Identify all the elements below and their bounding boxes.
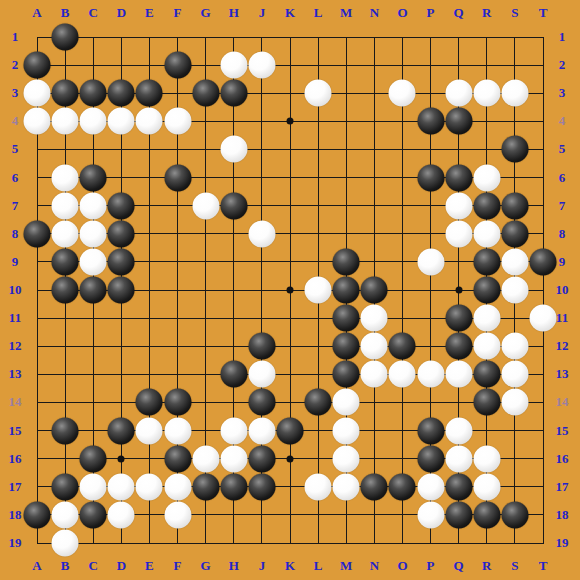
grid-line-vertical — [402, 37, 403, 544]
white-stone — [361, 361, 388, 388]
black-stone — [473, 501, 500, 528]
black-stone — [530, 248, 557, 275]
white-stone — [248, 361, 275, 388]
column-label-top-G: G — [195, 5, 217, 21]
white-stone — [52, 220, 79, 247]
white-stone — [501, 389, 528, 416]
column-label-top-N: N — [363, 5, 385, 21]
white-stone — [473, 80, 500, 107]
column-label-bottom-S: S — [504, 558, 526, 574]
black-stone — [164, 445, 191, 472]
white-stone — [473, 164, 500, 191]
white-stone — [164, 417, 191, 444]
black-stone — [333, 333, 360, 360]
black-stone — [24, 52, 51, 79]
black-stone — [136, 80, 163, 107]
black-stone — [389, 473, 416, 500]
black-stone — [108, 248, 135, 275]
black-stone — [192, 473, 219, 500]
white-stone — [108, 108, 135, 135]
column-label-bottom-G: G — [195, 558, 217, 574]
white-stone — [52, 530, 79, 557]
column-label-top-K: K — [279, 5, 301, 21]
white-stone — [192, 192, 219, 219]
column-label-bottom-P: P — [420, 558, 442, 574]
column-label-top-C: C — [82, 5, 104, 21]
black-stone — [52, 277, 79, 304]
white-stone — [473, 333, 500, 360]
star-point — [287, 455, 294, 462]
black-stone — [52, 417, 79, 444]
row-label-right-4: 4 — [551, 113, 573, 129]
black-stone — [445, 501, 472, 528]
white-stone — [501, 333, 528, 360]
white-stone — [530, 305, 557, 332]
white-stone — [417, 248, 444, 275]
column-label-bottom-L: L — [307, 558, 329, 574]
black-stone — [108, 80, 135, 107]
black-stone — [473, 361, 500, 388]
column-label-top-T: T — [532, 5, 554, 21]
black-stone — [164, 164, 191, 191]
white-stone — [108, 473, 135, 500]
white-stone — [333, 445, 360, 472]
white-stone — [164, 108, 191, 135]
black-stone — [108, 277, 135, 304]
column-label-bottom-J: J — [251, 558, 273, 574]
black-stone — [473, 192, 500, 219]
white-stone — [501, 80, 528, 107]
grid-line-vertical — [543, 37, 544, 544]
black-stone — [80, 164, 107, 191]
white-stone — [220, 136, 247, 163]
white-stone — [333, 473, 360, 500]
white-stone — [361, 305, 388, 332]
black-stone — [361, 473, 388, 500]
white-stone — [445, 220, 472, 247]
black-stone — [248, 389, 275, 416]
white-stone — [501, 277, 528, 304]
black-stone — [220, 192, 247, 219]
row-label-right-7: 7 — [551, 198, 573, 214]
black-stone — [501, 192, 528, 219]
row-label-right-5: 5 — [551, 141, 573, 157]
white-stone — [24, 108, 51, 135]
column-label-top-L: L — [307, 5, 329, 21]
black-stone — [52, 80, 79, 107]
black-stone — [80, 277, 107, 304]
white-stone — [80, 248, 107, 275]
black-stone — [445, 108, 472, 135]
white-stone — [108, 501, 135, 528]
black-stone — [333, 277, 360, 304]
black-stone — [473, 389, 500, 416]
black-stone — [501, 136, 528, 163]
black-stone — [473, 248, 500, 275]
column-label-top-Q: Q — [448, 5, 470, 21]
white-stone — [136, 417, 163, 444]
column-label-top-B: B — [54, 5, 76, 21]
white-stone — [80, 108, 107, 135]
black-stone — [52, 473, 79, 500]
white-stone — [220, 52, 247, 79]
row-label-right-16: 16 — [551, 451, 573, 467]
white-stone — [52, 108, 79, 135]
grid-line-horizontal — [37, 402, 544, 403]
white-stone — [248, 220, 275, 247]
star-point — [287, 118, 294, 125]
white-stone — [136, 108, 163, 135]
white-stone — [164, 501, 191, 528]
white-stone — [80, 473, 107, 500]
row-label-left-9: 9 — [4, 254, 26, 270]
row-label-left-15: 15 — [4, 423, 26, 439]
black-stone — [277, 417, 304, 444]
black-stone — [108, 417, 135, 444]
row-label-right-8: 8 — [551, 226, 573, 242]
white-stone — [24, 80, 51, 107]
row-label-right-12: 12 — [551, 338, 573, 354]
column-label-bottom-E: E — [138, 558, 160, 574]
white-stone — [445, 192, 472, 219]
black-stone — [220, 361, 247, 388]
row-label-right-19: 19 — [551, 535, 573, 551]
column-label-top-O: O — [391, 5, 413, 21]
row-label-left-12: 12 — [4, 338, 26, 354]
black-stone — [333, 305, 360, 332]
white-stone — [305, 80, 332, 107]
black-stone — [52, 24, 79, 51]
row-label-left-13: 13 — [4, 366, 26, 382]
column-label-bottom-K: K — [279, 558, 301, 574]
row-label-left-6: 6 — [4, 170, 26, 186]
column-label-bottom-A: A — [26, 558, 48, 574]
row-label-left-17: 17 — [4, 479, 26, 495]
row-label-right-17: 17 — [551, 479, 573, 495]
black-stone — [305, 389, 332, 416]
go-board[interactable]: AABBCCDDEEFFGGHHJJKKLLMMNNOOPPQQRRSSTT11… — [0, 0, 580, 580]
white-stone — [445, 80, 472, 107]
black-stone — [108, 192, 135, 219]
column-label-top-H: H — [223, 5, 245, 21]
black-stone — [220, 80, 247, 107]
white-stone — [501, 361, 528, 388]
row-label-right-13: 13 — [551, 366, 573, 382]
black-stone — [445, 473, 472, 500]
black-stone — [136, 389, 163, 416]
black-stone — [164, 389, 191, 416]
white-stone — [136, 473, 163, 500]
black-stone — [417, 417, 444, 444]
white-stone — [361, 333, 388, 360]
column-label-top-A: A — [26, 5, 48, 21]
black-stone — [473, 277, 500, 304]
black-stone — [248, 445, 275, 472]
row-label-right-3: 3 — [551, 85, 573, 101]
row-label-right-10: 10 — [551, 282, 573, 298]
row-label-right-15: 15 — [551, 423, 573, 439]
row-label-right-2: 2 — [551, 57, 573, 73]
column-label-top-P: P — [420, 5, 442, 21]
column-label-top-D: D — [110, 5, 132, 21]
white-stone — [248, 52, 275, 79]
black-stone — [52, 248, 79, 275]
white-stone — [389, 80, 416, 107]
white-stone — [80, 220, 107, 247]
column-label-top-R: R — [476, 5, 498, 21]
white-stone — [389, 361, 416, 388]
white-stone — [473, 220, 500, 247]
black-stone — [501, 501, 528, 528]
black-stone — [333, 361, 360, 388]
black-stone — [220, 473, 247, 500]
row-label-left-1: 1 — [4, 29, 26, 45]
column-label-top-F: F — [167, 5, 189, 21]
white-stone — [417, 361, 444, 388]
row-label-left-7: 7 — [4, 198, 26, 214]
column-label-top-M: M — [335, 5, 357, 21]
row-label-right-1: 1 — [551, 29, 573, 45]
black-stone — [445, 333, 472, 360]
grid-line-horizontal — [37, 543, 544, 544]
black-stone — [361, 277, 388, 304]
black-stone — [24, 220, 51, 247]
star-point — [455, 287, 462, 294]
black-stone — [248, 473, 275, 500]
white-stone — [417, 501, 444, 528]
black-stone — [164, 52, 191, 79]
row-label-right-18: 18 — [551, 507, 573, 523]
row-label-right-6: 6 — [551, 170, 573, 186]
column-label-bottom-Q: Q — [448, 558, 470, 574]
white-stone — [445, 361, 472, 388]
white-stone — [473, 445, 500, 472]
black-stone — [389, 333, 416, 360]
white-stone — [473, 305, 500, 332]
white-stone — [220, 417, 247, 444]
black-stone — [80, 501, 107, 528]
black-stone — [24, 501, 51, 528]
black-stone — [417, 445, 444, 472]
white-stone — [52, 501, 79, 528]
white-stone — [417, 473, 444, 500]
white-stone — [164, 473, 191, 500]
column-label-top-S: S — [504, 5, 526, 21]
row-label-left-5: 5 — [4, 141, 26, 157]
column-label-bottom-F: F — [167, 558, 189, 574]
column-label-top-E: E — [138, 5, 160, 21]
black-stone — [192, 80, 219, 107]
row-label-left-19: 19 — [4, 535, 26, 551]
column-label-bottom-O: O — [391, 558, 413, 574]
column-label-bottom-D: D — [110, 558, 132, 574]
white-stone — [80, 192, 107, 219]
black-stone — [333, 248, 360, 275]
black-stone — [501, 220, 528, 247]
white-stone — [445, 445, 472, 472]
white-stone — [248, 417, 275, 444]
black-stone — [108, 220, 135, 247]
row-label-left-14: 14 — [4, 394, 26, 410]
star-point — [287, 287, 294, 294]
column-label-bottom-H: H — [223, 558, 245, 574]
white-stone — [305, 277, 332, 304]
white-stone — [52, 164, 79, 191]
column-label-top-J: J — [251, 5, 273, 21]
white-stone — [220, 445, 247, 472]
white-stone — [501, 248, 528, 275]
row-label-right-14: 14 — [551, 394, 573, 410]
column-label-bottom-B: B — [54, 558, 76, 574]
white-stone — [52, 192, 79, 219]
column-label-bottom-N: N — [363, 558, 385, 574]
row-label-left-10: 10 — [4, 282, 26, 298]
column-label-bottom-C: C — [82, 558, 104, 574]
white-stone — [333, 417, 360, 444]
white-stone — [305, 473, 332, 500]
black-stone — [417, 108, 444, 135]
column-label-bottom-M: M — [335, 558, 357, 574]
row-label-left-11: 11 — [4, 310, 26, 326]
star-point — [118, 455, 125, 462]
black-stone — [248, 333, 275, 360]
white-stone — [333, 389, 360, 416]
black-stone — [445, 305, 472, 332]
black-stone — [445, 164, 472, 191]
white-stone — [445, 417, 472, 444]
black-stone — [80, 80, 107, 107]
black-stone — [417, 164, 444, 191]
white-stone — [192, 445, 219, 472]
column-label-bottom-T: T — [532, 558, 554, 574]
white-stone — [473, 473, 500, 500]
column-label-bottom-R: R — [476, 558, 498, 574]
black-stone — [80, 445, 107, 472]
row-label-left-16: 16 — [4, 451, 26, 467]
